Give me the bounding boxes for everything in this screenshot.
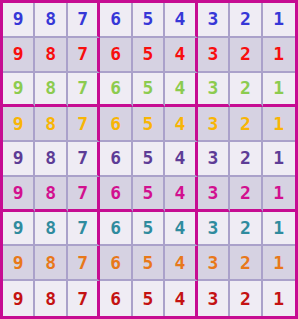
cell-r4c7[interactable]: 3 <box>198 107 230 142</box>
cell-r5c8[interactable]: 2 <box>230 142 262 177</box>
cell-r8c5[interactable]: 5 <box>133 246 165 281</box>
cell-r4c3[interactable]: 7 <box>68 107 100 142</box>
cell-r9c6[interactable]: 4 <box>165 281 197 316</box>
cell-r1c9[interactable]: 1 <box>263 3 295 38</box>
cell-r9c7[interactable]: 3 <box>198 281 230 316</box>
cell-r3c2[interactable]: 8 <box>35 73 67 108</box>
cell-r4c9[interactable]: 1 <box>263 107 295 142</box>
cell-r4c4[interactable]: 6 <box>100 107 132 142</box>
cell-r8c2[interactable]: 8 <box>35 246 67 281</box>
cell-r9c2[interactable]: 8 <box>35 281 67 316</box>
cell-r9c3[interactable]: 7 <box>68 281 100 316</box>
cell-r8c8[interactable]: 2 <box>230 246 262 281</box>
cell-r8c9[interactable]: 1 <box>263 246 295 281</box>
cell-r7c4[interactable]: 6 <box>100 212 132 247</box>
cell-r8c7[interactable]: 3 <box>198 246 230 281</box>
cell-r6c6[interactable]: 4 <box>165 177 197 212</box>
cell-r4c6[interactable]: 4 <box>165 107 197 142</box>
cell-r6c2[interactable]: 8 <box>35 177 67 212</box>
cell-r5c7[interactable]: 3 <box>198 142 230 177</box>
cell-r1c5[interactable]: 5 <box>133 3 165 38</box>
cell-r2c7[interactable]: 3 <box>198 38 230 73</box>
cell-r7c1[interactable]: 9 <box>3 212 35 247</box>
cell-r4c8[interactable]: 2 <box>230 107 262 142</box>
cell-r5c5[interactable]: 5 <box>133 142 165 177</box>
sudoku-board: 9876543219876543219876543219876543219876… <box>0 0 298 319</box>
cell-r7c8[interactable]: 2 <box>230 212 262 247</box>
cell-r6c9[interactable]: 1 <box>263 177 295 212</box>
cell-r9c5[interactable]: 5 <box>133 281 165 316</box>
cell-r3c6[interactable]: 4 <box>165 73 197 108</box>
cell-r3c9[interactable]: 1 <box>263 73 295 108</box>
cell-r6c5[interactable]: 5 <box>133 177 165 212</box>
cell-r2c2[interactable]: 8 <box>35 38 67 73</box>
cell-r7c6[interactable]: 4 <box>165 212 197 247</box>
cell-r1c2[interactable]: 8 <box>35 3 67 38</box>
cell-r9c8[interactable]: 2 <box>230 281 262 316</box>
cell-r1c6[interactable]: 4 <box>165 3 197 38</box>
cell-r1c8[interactable]: 2 <box>230 3 262 38</box>
cell-r2c3[interactable]: 7 <box>68 38 100 73</box>
cell-r1c3[interactable]: 7 <box>68 3 100 38</box>
cell-r4c5[interactable]: 5 <box>133 107 165 142</box>
cell-r3c1[interactable]: 9 <box>3 73 35 108</box>
cell-r2c4[interactable]: 6 <box>100 38 132 73</box>
cell-r2c1[interactable]: 9 <box>3 38 35 73</box>
cell-r5c3[interactable]: 7 <box>68 142 100 177</box>
cell-r4c1[interactable]: 9 <box>3 107 35 142</box>
cell-r8c6[interactable]: 4 <box>165 246 197 281</box>
cell-r6c4[interactable]: 6 <box>100 177 132 212</box>
cell-r9c4[interactable]: 6 <box>100 281 132 316</box>
cell-r1c7[interactable]: 3 <box>198 3 230 38</box>
cell-r2c8[interactable]: 2 <box>230 38 262 73</box>
cell-r9c9[interactable]: 1 <box>263 281 295 316</box>
cell-r3c5[interactable]: 5 <box>133 73 165 108</box>
cell-r6c7[interactable]: 3 <box>198 177 230 212</box>
cell-r7c3[interactable]: 7 <box>68 212 100 247</box>
cell-r6c8[interactable]: 2 <box>230 177 262 212</box>
cell-r3c3[interactable]: 7 <box>68 73 100 108</box>
cell-r2c6[interactable]: 4 <box>165 38 197 73</box>
cell-r3c8[interactable]: 2 <box>230 73 262 108</box>
cell-r1c1[interactable]: 9 <box>3 3 35 38</box>
cell-r8c3[interactable]: 7 <box>68 246 100 281</box>
cell-r8c1[interactable]: 9 <box>3 246 35 281</box>
cell-r6c3[interactable]: 7 <box>68 177 100 212</box>
cell-r7c9[interactable]: 1 <box>263 212 295 247</box>
cell-r5c9[interactable]: 1 <box>263 142 295 177</box>
cell-r3c4[interactable]: 6 <box>100 73 132 108</box>
cell-r5c1[interactable]: 9 <box>3 142 35 177</box>
cell-r7c5[interactable]: 5 <box>133 212 165 247</box>
cell-r9c1[interactable]: 9 <box>3 281 35 316</box>
cell-r8c4[interactable]: 6 <box>100 246 132 281</box>
cell-r4c2[interactable]: 8 <box>35 107 67 142</box>
cell-r5c4[interactable]: 6 <box>100 142 132 177</box>
cell-r2c5[interactable]: 5 <box>133 38 165 73</box>
cell-r3c7[interactable]: 3 <box>198 73 230 108</box>
cell-r7c2[interactable]: 8 <box>35 212 67 247</box>
cell-r5c2[interactable]: 8 <box>35 142 67 177</box>
cell-r6c1[interactable]: 9 <box>3 177 35 212</box>
cell-r5c6[interactable]: 4 <box>165 142 197 177</box>
cell-r2c9[interactable]: 1 <box>263 38 295 73</box>
cell-r7c7[interactable]: 3 <box>198 212 230 247</box>
cell-r1c4[interactable]: 6 <box>100 3 132 38</box>
